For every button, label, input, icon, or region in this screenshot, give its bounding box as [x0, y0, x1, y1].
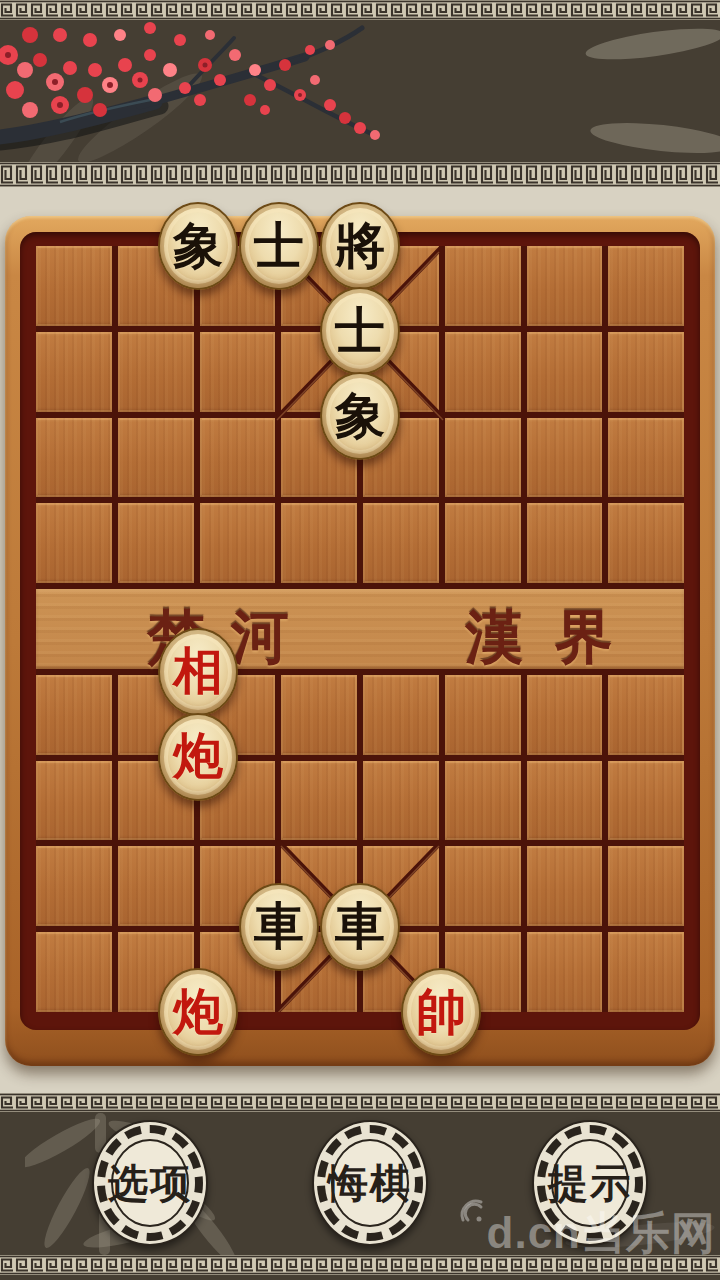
board-tile — [36, 675, 112, 755]
board-tile — [445, 418, 521, 498]
board-tile — [118, 846, 194, 926]
board-tile — [445, 675, 521, 755]
board-tile — [608, 761, 684, 841]
meander-border-upper — [0, 162, 720, 187]
piece-black-chariot[interactable]: 車 — [320, 883, 400, 971]
board-tile — [608, 418, 684, 498]
top-decorative-band — [0, 20, 720, 162]
board-tile — [363, 761, 439, 841]
board-tile — [445, 503, 521, 583]
board-tile — [36, 761, 112, 841]
board-tile — [281, 503, 357, 583]
undo-move-button[interactable]: 悔棋 — [312, 1120, 428, 1246]
board-tile — [608, 846, 684, 926]
board-tile — [445, 846, 521, 926]
board-tile — [527, 932, 603, 1012]
board-tile — [527, 418, 603, 498]
board-tile — [36, 503, 112, 583]
board-tile — [281, 761, 357, 841]
board-tile — [118, 418, 194, 498]
board-tile — [608, 246, 684, 326]
board-tile — [445, 332, 521, 412]
board-tile — [36, 332, 112, 412]
watermark-text: d.cn当乐网 — [487, 1204, 716, 1263]
board-tile — [118, 503, 194, 583]
board-tile — [36, 932, 112, 1012]
piece-black-general[interactable]: 將 — [320, 202, 400, 290]
board-tile — [200, 418, 276, 498]
options-button[interactable]: 选项 — [92, 1120, 208, 1246]
piece-red-elephant[interactable]: 相 — [158, 628, 238, 716]
board-tile — [445, 761, 521, 841]
board-tile — [608, 503, 684, 583]
piece-black-elephant[interactable]: 象 — [158, 202, 238, 290]
board-tile — [363, 675, 439, 755]
watermark: d.cn当乐网 — [457, 1204, 716, 1263]
river-label-right: 漢界 — [418, 601, 660, 673]
bottom-edge-band — [0, 1275, 720, 1280]
board-tile — [608, 332, 684, 412]
options-button-label: 选项 — [94, 1122, 206, 1244]
board-tile — [527, 332, 603, 412]
board-tile — [527, 675, 603, 755]
signal-icon — [457, 1196, 487, 1226]
undo-move-button-label: 悔棋 — [314, 1122, 426, 1244]
piece-black-chariot[interactable]: 車 — [239, 883, 319, 971]
board-tile — [36, 246, 112, 326]
piece-red-cannon[interactable]: 炮 — [158, 713, 238, 801]
piece-black-advisor[interactable]: 士 — [239, 202, 319, 290]
board-tile — [527, 761, 603, 841]
board-tile — [608, 932, 684, 1012]
board-tile — [36, 846, 112, 926]
board-tile — [200, 332, 276, 412]
board-tile — [200, 503, 276, 583]
piece-red-general[interactable]: 帥 — [401, 968, 481, 1056]
meander-border-top — [0, 0, 720, 20]
board-tile — [118, 332, 194, 412]
board-tile — [608, 675, 684, 755]
piece-black-advisor[interactable]: 士 — [320, 287, 400, 375]
board-tile — [281, 675, 357, 755]
board-tile — [36, 418, 112, 498]
board-tile — [527, 503, 603, 583]
app-screen: 楚河 漢界 象士將士象相炮車車炮帥 选项 悔棋 提示 — [0, 0, 720, 1280]
board-tile — [363, 503, 439, 583]
board-tile — [527, 246, 603, 326]
board-tile — [527, 846, 603, 926]
piece-black-elephant[interactable]: 象 — [320, 372, 400, 460]
piece-red-cannon[interactable]: 炮 — [158, 968, 238, 1056]
board-tile — [445, 246, 521, 326]
meander-border-lower — [0, 1093, 720, 1112]
